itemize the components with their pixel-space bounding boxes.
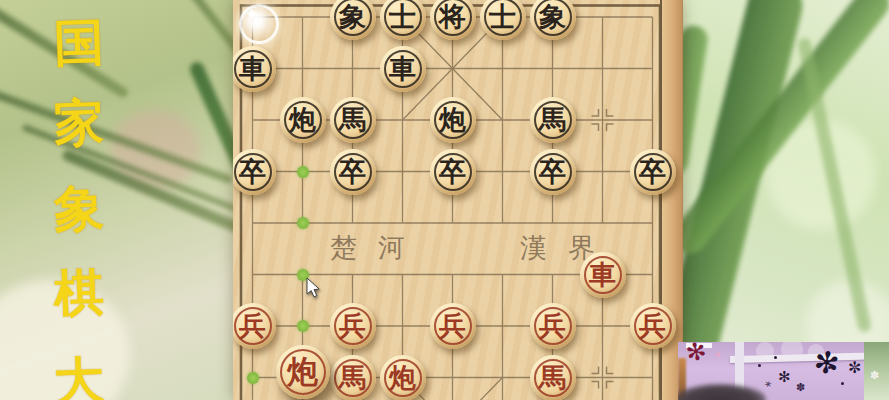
leaf-blade <box>150 0 246 59</box>
board-piece-red[interactable]: 車 <box>580 252 626 298</box>
board-piece-black[interactable]: 馬 <box>530 97 576 143</box>
flower-icon: ✻ <box>684 342 709 366</box>
deco-dot <box>828 366 831 369</box>
board-piece-red[interactable]: 馬 <box>330 355 376 400</box>
board-piece-black[interactable]: 卒 <box>330 149 376 195</box>
overlay-plant: ✽ <box>864 342 889 400</box>
board-piece-black[interactable]: 馬 <box>330 97 376 143</box>
title-char: 国 <box>49 9 109 78</box>
flower-icon: ✻ <box>812 346 841 379</box>
board-piece-red[interactable]: 兵 <box>233 303 276 349</box>
deco-dot <box>758 364 761 367</box>
river-text-left: 楚河 <box>330 233 426 263</box>
silhouette <box>678 384 766 400</box>
board-piece-black[interactable]: 車 <box>380 46 426 92</box>
background-foliage-left <box>0 0 240 400</box>
deco-dot <box>841 382 844 385</box>
board-piece-red[interactable]: 兵 <box>530 303 576 349</box>
title-char: 棋 <box>49 259 109 328</box>
legal-move-dot[interactable] <box>297 217 309 229</box>
mouse-cursor-icon <box>306 277 322 299</box>
board-piece-red[interactable]: 兵 <box>330 303 376 349</box>
flower-icon: ✽ <box>870 370 879 381</box>
board-piece-black[interactable]: 卒 <box>233 149 276 195</box>
flower-icon: ✦ <box>714 350 722 360</box>
board-piece-black[interactable]: 車 <box>233 46 276 92</box>
legal-move-dot[interactable] <box>297 320 309 332</box>
board-piece-black[interactable]: 卒 <box>530 149 576 195</box>
video-overlay[interactable]: ✻ ✦ ✻ ✼ ✻ ✽ ∗ ✽ <box>678 342 889 400</box>
flower-icon: ∗ <box>762 377 774 391</box>
title-char: 象 <box>49 175 109 244</box>
board-piece-black[interactable]: 炮 <box>280 97 326 143</box>
title-char: 大 <box>49 347 109 400</box>
legal-move-dot[interactable] <box>297 166 309 178</box>
last-move-origin-glow <box>239 4 279 44</box>
board-piece-black[interactable]: 炮 <box>430 97 476 143</box>
deco-dot <box>774 356 777 359</box>
game-screen: 国 家 象 棋 大 楚河 漢界 象士将士象車車炮馬炮馬卒卒卒卒卒車兵兵兵兵兵炮馬… <box>0 0 889 400</box>
background-foliage-right <box>676 0 889 400</box>
legal-move-dot[interactable] <box>247 372 259 384</box>
flower-icon: ✻ <box>778 370 791 385</box>
board-piece-black[interactable]: 卒 <box>430 149 476 195</box>
grid-line <box>453 378 503 400</box>
board-piece-red[interactable]: 兵 <box>630 303 676 349</box>
board-piece-red[interactable]: 炮 <box>380 355 426 400</box>
flower-icon: ✽ <box>796 382 805 393</box>
xiangqi-board[interactable]: 楚河 漢界 象士将士象車車炮馬炮馬卒卒卒卒卒車兵兵兵兵兵炮馬炮馬 <box>233 0 683 400</box>
title-char: 家 <box>49 89 109 158</box>
board-piece-red[interactable]: 炮 <box>276 345 330 399</box>
board-piece-red[interactable]: 兵 <box>430 303 476 349</box>
board-piece-black[interactable]: 卒 <box>630 149 676 195</box>
flower-icon: ✼ <box>848 360 861 376</box>
board-piece-red[interactable]: 馬 <box>530 355 576 400</box>
vertical-title: 国 家 象 棋 大 <box>50 0 108 400</box>
